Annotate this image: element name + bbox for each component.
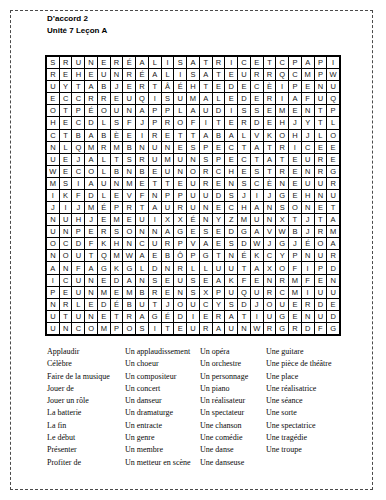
grid-cell-r23c9: I [149, 323, 161, 334]
grid-cell-r22c18: U [264, 311, 276, 322]
word-item: Présenter [47, 444, 110, 456]
grid-cell-r4c18: R [264, 93, 276, 104]
grid-cell-r19c1: I [47, 275, 59, 286]
grid-cell-r7c22: L [315, 130, 327, 141]
grid-cell-r11c18: È [264, 178, 276, 189]
grid-cell-r10c1: W [47, 166, 59, 177]
grid-cell-r12c15: S [225, 190, 237, 201]
grid-cell-r9c4: A [85, 154, 97, 165]
grid-cell-r12c14: D [213, 190, 225, 201]
grid-cell-r22c13: E [200, 311, 212, 322]
grid-cell-r4c21: F [302, 93, 314, 104]
grid-cell-r6c10: R [162, 117, 174, 128]
grid-cell-r20c2: E [60, 287, 72, 298]
grid-cell-r3c20: P [289, 81, 301, 92]
grid-cell-r18c13: L [200, 262, 212, 273]
grid-cell-r16c11: P [174, 238, 186, 249]
grid-cell-r2c23: W [327, 69, 339, 80]
grid-cell-r4c7: U [123, 93, 135, 104]
grid-cell-r8c18: T [264, 142, 276, 153]
grid-cell-r22c22: U [315, 311, 327, 322]
grid-cell-r7c1: C [47, 130, 59, 141]
grid-cell-r20c21: I [302, 287, 314, 298]
grid-cell-r15c13: S [200, 226, 212, 237]
grid-cell-r10c16: E [238, 166, 250, 177]
grid-cell-r11c2: S [60, 178, 72, 189]
word-item: Une comédie [200, 432, 248, 444]
grid-cell-r3c3: T [72, 81, 84, 92]
grid-cell-r19c9: S [149, 275, 161, 286]
grid-cell-r9c12: N [187, 154, 199, 165]
grid-cell-r11c20: E [289, 178, 301, 189]
word-item: Un dramaturge [125, 407, 191, 419]
grid-cell-r16c13: A [200, 238, 212, 249]
grid-cell-r22c19: G [276, 311, 288, 322]
grid-cell-r2c15: E [225, 69, 237, 80]
title-unit-lesson: Unité 7 Leçon A [47, 25, 107, 37]
grid-cell-r10c20: E [289, 166, 301, 177]
grid-cell-r2c20: C [289, 69, 301, 80]
grid-cell-r9c23: E [327, 154, 339, 165]
grid-cell-r1c3: U [72, 57, 84, 68]
grid-cell-r22c3: U [72, 311, 84, 322]
grid-cell-r14c6: M [111, 214, 123, 225]
grid-cell-r20c6: E [111, 287, 123, 298]
grid-cell-r3c9: T [149, 81, 161, 92]
word-column-2: Un applaudissementUn choeurUn compositeu… [125, 346, 191, 469]
grid-cell-r4c12: M [187, 93, 199, 104]
grid-cell-r8c11: E [174, 142, 186, 153]
grid-cell-r22c17: I [251, 311, 263, 322]
grid-cell-r13c22: E [315, 202, 327, 213]
grid-cell-r17c2: O [60, 250, 72, 261]
grid-cell-r11c8: E [136, 178, 148, 189]
grid-cell-r23c15: U [225, 323, 237, 334]
grid-cell-r10c10: U [162, 166, 174, 177]
word-item: La fin [47, 420, 110, 432]
grid-cell-r13c12: U [187, 202, 199, 213]
grid-cell-r8c1: N [47, 142, 59, 153]
word-item: Une guitare [266, 346, 332, 358]
grid-cell-r21c10: J [162, 299, 174, 310]
grid-cell-r15c22: R [315, 226, 327, 237]
grid-cell-r23c3: C [72, 323, 84, 334]
grid-cell-r18c5: G [98, 262, 110, 273]
grid-cell-r7c11: T [174, 130, 186, 141]
grid-cell-r7c12: T [187, 130, 199, 141]
grid-cell-r2c12: S [187, 69, 199, 80]
grid-cell-r8c13: P [200, 142, 212, 153]
grid-cell-r6c12: F [187, 117, 199, 128]
grid-cell-r14c4: J [85, 214, 97, 225]
grid-cell-r3c1: U [47, 81, 59, 92]
grid-cell-r4c10: S [162, 93, 174, 104]
grid-cell-r3c21: E [302, 81, 314, 92]
grid-cell-r13c1: J [47, 202, 59, 213]
grid-cell-r3c15: D [225, 81, 237, 92]
grid-cell-r14c8: U [136, 214, 148, 225]
grid-cell-r20c22: U [315, 287, 327, 298]
grid-cell-r16c4: F [85, 238, 97, 249]
grid-cell-r22c11: D [174, 311, 186, 322]
grid-cell-r21c23: E [327, 299, 339, 310]
grid-cell-r2c10: L [162, 69, 174, 80]
grid-cell-r3c7: E [123, 81, 135, 92]
grid-cell-r16c2: C [60, 238, 72, 249]
grid-cell-r23c1: U [47, 323, 59, 334]
grid-cell-r17c18: C [264, 250, 276, 261]
grid-cell-r14c10: X [162, 214, 174, 225]
grid-cell-r13c8: T [136, 202, 148, 213]
word-item: Un genre [125, 432, 191, 444]
word-item: Une troupe [266, 444, 332, 456]
grid-cell-r9c20: E [289, 154, 301, 165]
grid-cell-r22c8: A [136, 311, 148, 322]
grid-cell-r20c14: P [213, 287, 225, 298]
grid-cell-r8c21: C [302, 142, 314, 153]
grid-cell-r3c16: E [238, 81, 250, 92]
grid-cell-r9c18: A [264, 154, 276, 165]
grid-cell-r9c6: T [111, 154, 123, 165]
grid-cell-r7c5: B [98, 130, 110, 141]
grid-cell-r13c19: S [276, 202, 288, 213]
grid-cell-r20c10: E [162, 287, 174, 298]
grid-cell-r3c6: J [111, 81, 123, 92]
grid-cell-r10c15: H [225, 166, 237, 177]
grid-cell-r9c16: C [238, 154, 250, 165]
grid-cell-r18c1: A [47, 262, 59, 273]
grid-cell-r23c13: R [200, 323, 212, 334]
word-item: Une réalisatrice [266, 383, 332, 395]
grid-cell-r13c2: I [60, 202, 72, 213]
grid-cell-r21c2: R [60, 299, 72, 310]
grid-cell-r14c2: U [60, 214, 72, 225]
grid-cell-r17c13: G [200, 250, 212, 261]
grid-cell-r19c19: R [276, 275, 288, 286]
grid-cell-r5c21: N [302, 105, 314, 116]
grid-cell-r5c17: S [251, 105, 263, 116]
grid-cell-r14c23: A [327, 214, 339, 225]
grid-cell-r20c5: M [98, 287, 110, 298]
grid-cell-r2c8: É [136, 69, 148, 80]
grid-cell-r10c11: N [174, 166, 186, 177]
grid-cell-r13c15: C [225, 202, 237, 213]
grid-cell-r14c9: I [149, 214, 161, 225]
grid-cell-r15c4: E [85, 226, 97, 237]
grid-cell-r6c21: Y [302, 117, 314, 128]
word-item: Célèbre [47, 358, 110, 370]
grid-cell-r6c3: C [72, 117, 84, 128]
grid-cell-r19c15: K [225, 275, 237, 286]
grid-cell-r21c17: J [251, 299, 263, 310]
grid-cell-r1c6: R [111, 57, 123, 68]
word-item: Une tragédie [266, 432, 332, 444]
grid-cell-r9c13: S [200, 154, 212, 165]
grid-cell-r18c11: R [174, 262, 186, 273]
grid-cell-r6c5: L [98, 117, 110, 128]
grid-cell-r13c16: H [238, 202, 250, 213]
grid-cell-r1c1: S [47, 57, 59, 68]
grid-cell-r1c21: A [302, 57, 314, 68]
grid-cell-r2c9: A [149, 69, 161, 80]
grid-cell-r17c16: É [238, 250, 250, 261]
grid-cell-r8c3: Q [72, 142, 84, 153]
title-book: D’accord 2 [47, 13, 107, 25]
grid-cell-r10c2: E [60, 166, 72, 177]
grid-cell-r8c10: N [162, 142, 174, 153]
grid-cell-r17c1: N [47, 250, 59, 261]
grid-cell-r21c21: R [302, 299, 314, 310]
grid-cell-r8c5: R [98, 142, 110, 153]
grid-cell-r5c10: P [162, 105, 174, 116]
word-item: La batterie [47, 407, 110, 419]
grid-cell-r16c3: D [72, 238, 84, 249]
grid-cell-r19c21: F [302, 275, 314, 286]
word-item: Un entracte [125, 420, 191, 432]
grid-cell-r10c22: R [315, 166, 327, 177]
grid-cell-r8c19: R [276, 142, 288, 153]
grid-cell-r8c12: S [187, 142, 199, 153]
grid-cell-r4c20: A [289, 93, 301, 104]
word-item: Une pièce de théâtre [266, 358, 332, 370]
grid-cell-r13c11: R [174, 202, 186, 213]
grid-cell-r2c19: Q [276, 69, 288, 80]
grid-cell-r10c18: T [264, 166, 276, 177]
word-item: Un orchestre [200, 358, 248, 370]
grid-cell-r4c13: A [200, 93, 212, 104]
grid-cell-r6c16: R [238, 117, 250, 128]
grid-cell-r15c21: J [302, 226, 314, 237]
grid-cell-r10c5: L [98, 166, 110, 177]
grid-cell-r4c4: R [85, 93, 97, 104]
grid-cell-r6c2: E [60, 117, 72, 128]
grid-cell-r7c21: J [302, 130, 314, 141]
grid-cell-r15c20: B [289, 226, 301, 237]
grid-cell-r23c23: G [327, 323, 339, 334]
grid-cell-r19c16: F [238, 275, 250, 286]
grid-cell-r14c11: X [174, 214, 186, 225]
grid-cell-r17c19: Y [276, 250, 288, 261]
grid-cell-r1c2: R [60, 57, 72, 68]
grid-cell-r23c2: N [60, 323, 72, 334]
grid-cell-r12c17: I [251, 190, 263, 201]
grid-cell-r22c9: G [149, 311, 161, 322]
grid-cell-r23c10: T [162, 323, 174, 334]
grid-cell-r2c5: U [98, 69, 110, 80]
grid-cell-r23c6: P [111, 323, 123, 334]
header: D’accord 2 Unité 7 Leçon A [47, 13, 107, 37]
grid-cell-r18c6: K [111, 262, 123, 273]
grid-cell-r10c8: B [136, 166, 148, 177]
grid-cell-r16c17: W [251, 238, 263, 249]
grid-cell-r3c10: Â [162, 81, 174, 92]
grid-cell-r16c15: S [225, 238, 237, 249]
grid-cell-r3c5: B [98, 81, 110, 92]
grid-cell-r20c1: P [47, 287, 59, 298]
grid-cell-r15c3: P [72, 226, 84, 237]
word-item: Un réalisateur [200, 395, 248, 407]
grid-cell-r7c16: L [238, 130, 250, 141]
grid-cell-r1c10: I [162, 57, 174, 68]
grid-cell-r10c12: O [187, 166, 199, 177]
grid-cell-r4c19: I [276, 93, 288, 104]
grid-cell-r4c15: E [225, 93, 237, 104]
grid-cell-r17c10: B [162, 250, 174, 261]
grid-cell-r21c7: B [123, 299, 135, 310]
grid-cell-r2c14: T [213, 69, 225, 80]
grid-cell-r22c15: A [225, 311, 237, 322]
grid-cell-r13c20: O [289, 202, 301, 213]
grid-cell-r14c14: Y [213, 214, 225, 225]
grid-cell-r20c15: U [225, 287, 237, 298]
grid-cell-r4c8: Q [136, 93, 148, 104]
grid-cell-r21c3: L [72, 299, 84, 310]
grid-cell-r2c3: H [72, 69, 84, 80]
grid-cell-r17c15: N [225, 250, 237, 261]
grid-cell-r23c7: O [123, 323, 135, 334]
grid-cell-r15c11: G [174, 226, 186, 237]
word-item: Une chanson [200, 420, 248, 432]
grid-cell-r13c3: J [72, 202, 84, 213]
grid-cell-r8c20: I [289, 142, 301, 153]
grid-cell-r21c11: O [174, 299, 186, 310]
grid-cell-r12c16: J [238, 190, 250, 201]
grid-cell-r15c15: D [225, 226, 237, 237]
grid-cell-r21c15: S [225, 299, 237, 310]
grid-cell-r14c16: M [238, 214, 250, 225]
grid-cell-r7c9: R [149, 130, 161, 141]
grid-cell-r5c19: M [276, 105, 288, 116]
grid-cell-r11c7: M [123, 178, 135, 189]
grid-cell-r18c17: A [251, 262, 263, 273]
grid-cell-r19c7: A [123, 275, 135, 286]
grid-cell-r12c5: L [98, 190, 110, 201]
grid-cell-r18c7: G [123, 262, 135, 273]
grid-cell-r8c8: N [136, 142, 148, 153]
grid-cell-r6c6: S [111, 117, 123, 128]
grid-cell-r7c13: A [200, 130, 212, 141]
grid-cell-r18c9: D [149, 262, 161, 273]
grid-cell-r16c22: O [315, 238, 327, 249]
grid-cell-r10c9: E [149, 166, 161, 177]
grid-cell-r4c23: Q [327, 93, 339, 104]
grid-cell-r3c14: E [213, 81, 225, 92]
grid-cell-r16c9: U [149, 238, 161, 249]
grid-cell-r6c15: E [225, 117, 237, 128]
grid-cell-r20c16: Q [238, 287, 250, 298]
grid-cell-r18c23: D [327, 262, 339, 273]
grid-cell-r11c19: N [276, 178, 288, 189]
grid-cell-r18c15: U [225, 262, 237, 273]
grid-cell-r6c17: D [251, 117, 263, 128]
grid-cell-r19c23: N [327, 275, 339, 286]
grid-cell-r12c19: G [276, 190, 288, 201]
word-item: Un applaudissement [125, 346, 191, 358]
grid-cell-r10c21: N [302, 166, 314, 177]
grid-cell-r9c10: M [162, 154, 174, 165]
grid-cell-r21c14: Y [213, 299, 225, 310]
grid-cell-r1c14: R [213, 57, 225, 68]
grid-cell-r11c15: N [225, 178, 237, 189]
grid-cell-r8c17: A [251, 142, 263, 153]
grid-cell-r13c10: U [162, 202, 174, 213]
grid-cell-r7c10: E [162, 130, 174, 141]
grid-cell-r18c19: O [276, 262, 288, 273]
grid-cell-r21c1: N [47, 299, 59, 310]
grid-cell-r3c22: N [315, 81, 327, 92]
grid-cell-r13c7: R [123, 202, 135, 213]
grid-cell-r5c22: T [315, 105, 327, 116]
grid-cell-r16c10: R [162, 238, 174, 249]
grid-cell-r15c16: G [238, 226, 250, 237]
grid-cell-r15c1: U [47, 226, 59, 237]
grid-cell-r9c14: P [213, 154, 225, 165]
grid-cell-r10c23: G [327, 166, 339, 177]
grid-cell-r21c20: E [289, 299, 301, 310]
grid-cell-r10c17: S [251, 166, 263, 177]
grid-cell-r3c12: H [187, 81, 199, 92]
grid-cell-r21c22: D [315, 299, 327, 310]
grid-cell-r11c3: I [72, 178, 84, 189]
word-item: Un choeur [125, 358, 191, 370]
grid-cell-r20c19: C [276, 287, 288, 298]
grid-cell-r18c3: F [72, 262, 84, 273]
word-item: Jouer un rôle [47, 395, 110, 407]
grid-cell-r10c6: B [111, 166, 123, 177]
grid-cell-r17c9: E [149, 250, 161, 261]
grid-cell-r1c12: A [187, 57, 199, 68]
word-column-3: Un opéraUn orchestreUn personnageUn pian… [200, 346, 248, 469]
grid-cell-r21c9: T [149, 299, 161, 310]
grid-cell-r16c21: É [302, 238, 314, 249]
grid-cell-r22c14: R [213, 311, 225, 322]
grid-cell-r3c4: A [85, 81, 97, 92]
word-item: Une sorte [266, 407, 332, 419]
grid-cell-r8c14: E [213, 142, 225, 153]
grid-cell-r3c8: R [136, 81, 148, 92]
grid-cell-r11c11: E [174, 178, 186, 189]
grid-cell-r17c20: P [289, 250, 301, 261]
grid-cell-r6c13: I [200, 117, 212, 128]
grid-cell-r6c9: P [149, 117, 161, 128]
grid-cell-r21c8: U [136, 299, 148, 310]
word-item: Un compositeur [125, 371, 191, 383]
grid-cell-r2c18: R [264, 69, 276, 80]
grid-cell-r16c6: H [111, 238, 123, 249]
grid-cell-r11c9: T [149, 178, 161, 189]
word-item: Profiter de [47, 457, 110, 469]
grid-cell-r18c21: I [302, 262, 314, 273]
grid-cell-r15c17: A [251, 226, 263, 237]
grid-cell-r23c14: A [213, 323, 225, 334]
grid-cell-r13c21: N [302, 202, 314, 213]
grid-cell-r2c16: U [238, 69, 250, 80]
grid-cell-r1c4: N [85, 57, 97, 68]
grid-cell-r19c11: U [174, 275, 186, 286]
grid-cell-r12c20: E [289, 190, 301, 201]
grid-cell-r19c13: E [200, 275, 212, 286]
word-column-1: ApplaudirCélèbreFaire de la musiqueJouer… [47, 346, 110, 469]
grid-cell-r1c15: I [225, 57, 237, 68]
grid-cell-r20c12: S [187, 287, 199, 298]
grid-cell-r20c9: R [149, 287, 161, 298]
grid-cell-r14c1: N [47, 214, 59, 225]
word-item: Jouer de [47, 383, 110, 395]
grid-cell-r19c8: N [136, 275, 148, 286]
grid-cell-r7c8: I [136, 130, 148, 141]
grid-cell-r4c17: E [251, 93, 263, 104]
grid-cell-r13c4: M [85, 202, 97, 213]
